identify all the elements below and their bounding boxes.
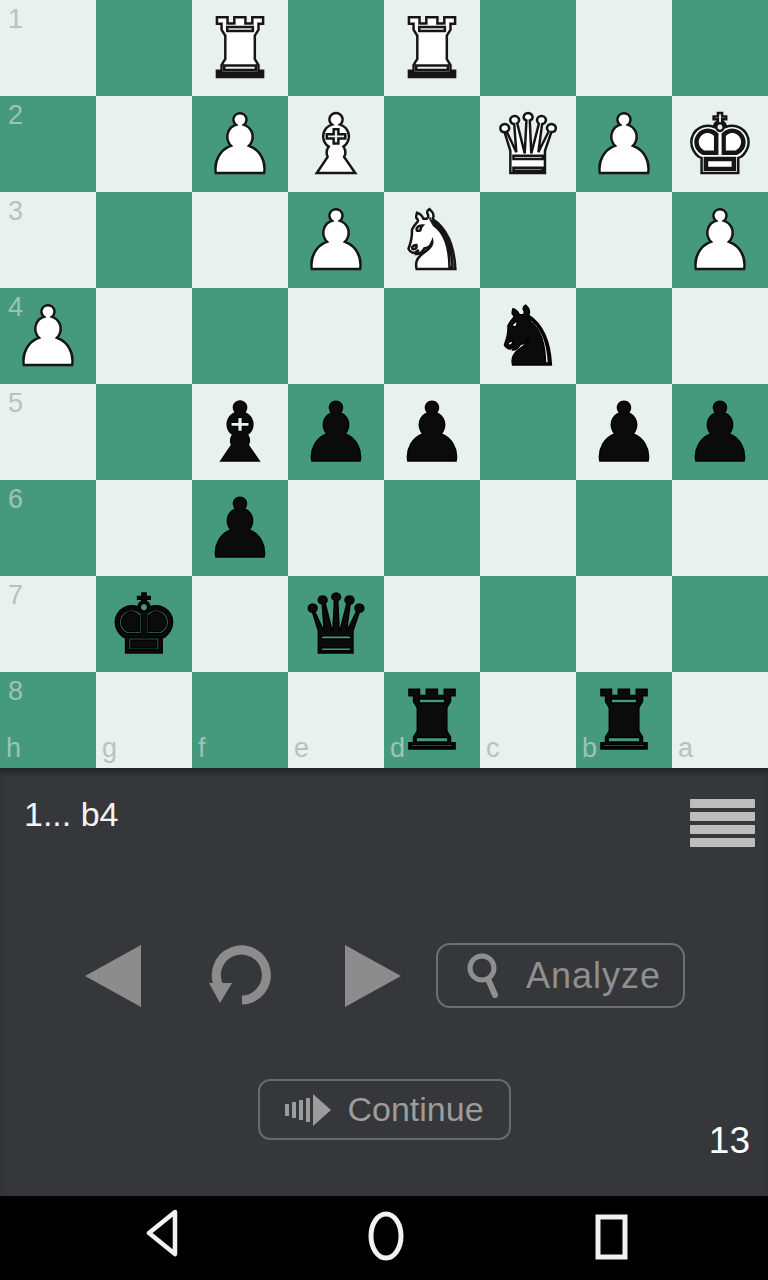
square-a3[interactable]: ♟: [672, 192, 768, 288]
square-b6[interactable]: [576, 480, 672, 576]
square-h4[interactable]: ♟: [0, 288, 96, 384]
square-h7[interactable]: [0, 576, 96, 672]
continue-button[interactable]: Continue: [258, 1079, 511, 1140]
white-bishop[interactable]: ♝: [288, 96, 384, 192]
square-f8[interactable]: [192, 672, 288, 768]
search-icon: [462, 952, 504, 1000]
next-move-button[interactable]: [345, 945, 401, 1007]
black-pawn[interactable]: ♟: [576, 384, 672, 480]
black-pawn[interactable]: ♟: [192, 480, 288, 576]
square-c5[interactable]: [480, 384, 576, 480]
black-queen[interactable]: ♛: [288, 576, 384, 672]
square-a4[interactable]: [672, 288, 768, 384]
menu-button[interactable]: [690, 799, 755, 847]
square-g7[interactable]: ♚: [96, 576, 192, 672]
black-pawn[interactable]: ♟: [384, 384, 480, 480]
analyze-label: Analyze: [526, 955, 661, 997]
square-d8[interactable]: ♜: [384, 672, 480, 768]
square-e8[interactable]: [288, 672, 384, 768]
square-d1[interactable]: ♜: [384, 0, 480, 96]
square-g3[interactable]: [96, 192, 192, 288]
square-c1[interactable]: [480, 0, 576, 96]
square-a7[interactable]: [672, 576, 768, 672]
square-d2[interactable]: [384, 96, 480, 192]
continue-label: Continue: [347, 1090, 483, 1129]
black-pawn[interactable]: ♟: [288, 384, 384, 480]
android-recents-button[interactable]: [594, 1213, 630, 1261]
white-rook[interactable]: ♜: [192, 0, 288, 96]
square-b3[interactable]: [576, 192, 672, 288]
white-pawn[interactable]: ♟: [576, 96, 672, 192]
square-g2[interactable]: [96, 96, 192, 192]
square-e4[interactable]: [288, 288, 384, 384]
black-rook[interactable]: ♜: [384, 672, 480, 768]
square-f7[interactable]: [192, 576, 288, 672]
square-c8[interactable]: [480, 672, 576, 768]
square-h3[interactable]: [0, 192, 96, 288]
white-pawn[interactable]: ♟: [192, 96, 288, 192]
square-g1[interactable]: [96, 0, 192, 96]
black-king[interactable]: ♚: [96, 576, 192, 672]
chess-board[interactable]: ♜♜♟♝♛♟♚♟♞♟♟♞♝♟♟♟♟♟♚♛♜♜12345678hgfedcba: [0, 0, 768, 768]
square-b8[interactable]: ♜: [576, 672, 672, 768]
square-f1[interactable]: ♜: [192, 0, 288, 96]
square-f4[interactable]: [192, 288, 288, 384]
menu-icon: [690, 825, 755, 834]
square-e3[interactable]: ♟: [288, 192, 384, 288]
square-b1[interactable]: [576, 0, 672, 96]
square-f2[interactable]: ♟: [192, 96, 288, 192]
white-rook[interactable]: ♜: [384, 0, 480, 96]
square-e1[interactable]: [288, 0, 384, 96]
square-d3[interactable]: ♞: [384, 192, 480, 288]
fast-forward-icon: [285, 1094, 331, 1126]
square-h6[interactable]: [0, 480, 96, 576]
square-c6[interactable]: [480, 480, 576, 576]
white-queen[interactable]: ♛: [480, 96, 576, 192]
square-h2[interactable]: [0, 96, 96, 192]
square-a8[interactable]: [672, 672, 768, 768]
square-h1[interactable]: [0, 0, 96, 96]
square-c3[interactable]: [480, 192, 576, 288]
android-home-button[interactable]: [366, 1208, 406, 1264]
android-back-button[interactable]: [143, 1209, 181, 1257]
white-knight[interactable]: ♞: [384, 192, 480, 288]
menu-icon: [690, 812, 755, 821]
square-d4[interactable]: [384, 288, 480, 384]
white-pawn[interactable]: ♟: [672, 192, 768, 288]
square-e2[interactable]: ♝: [288, 96, 384, 192]
square-e5[interactable]: ♟: [288, 384, 384, 480]
square-e6[interactable]: [288, 480, 384, 576]
square-d5[interactable]: ♟: [384, 384, 480, 480]
square-b2[interactable]: ♟: [576, 96, 672, 192]
move-label: 1... b4: [24, 795, 119, 834]
square-g5[interactable]: [96, 384, 192, 480]
square-h8[interactable]: [0, 672, 96, 768]
square-g4[interactable]: [96, 288, 192, 384]
square-f3[interactable]: [192, 192, 288, 288]
black-pawn[interactable]: ♟: [672, 384, 768, 480]
white-king[interactable]: ♚: [672, 96, 768, 192]
square-d7[interactable]: [384, 576, 480, 672]
square-b5[interactable]: ♟: [576, 384, 672, 480]
square-c2[interactable]: ♛: [480, 96, 576, 192]
square-b7[interactable]: [576, 576, 672, 672]
previous-move-button[interactable]: [85, 945, 141, 1007]
square-a6[interactable]: [672, 480, 768, 576]
retry-icon[interactable]: [204, 938, 278, 1012]
white-pawn[interactable]: ♟: [288, 192, 384, 288]
black-rook[interactable]: ♜: [576, 672, 672, 768]
square-h5[interactable]: [0, 384, 96, 480]
square-f6[interactable]: ♟: [192, 480, 288, 576]
menu-icon: [690, 838, 755, 847]
square-e7[interactable]: ♛: [288, 576, 384, 672]
white-pawn[interactable]: ♟: [0, 288, 96, 384]
square-d6[interactable]: [384, 480, 480, 576]
chess-app-screen: ♜♜♟♝♛♟♚♟♞♟♟♞♝♟♟♟♟♟♚♛♜♜12345678hgfedcba 1…: [0, 0, 768, 1280]
square-c4[interactable]: ♞: [480, 288, 576, 384]
menu-icon: [690, 799, 755, 808]
square-f5[interactable]: ♝: [192, 384, 288, 480]
analyze-button[interactable]: Analyze: [436, 943, 685, 1008]
square-a5[interactable]: ♟: [672, 384, 768, 480]
black-bishop[interactable]: ♝: [192, 384, 288, 480]
square-g8[interactable]: [96, 672, 192, 768]
square-g6[interactable]: [96, 480, 192, 576]
square-a2[interactable]: ♚: [672, 96, 768, 192]
puzzle-counter: 13: [709, 1120, 750, 1162]
square-c7[interactable]: [480, 576, 576, 672]
black-knight[interactable]: ♞: [480, 288, 576, 384]
square-a1[interactable]: [672, 0, 768, 96]
square-b4[interactable]: [576, 288, 672, 384]
